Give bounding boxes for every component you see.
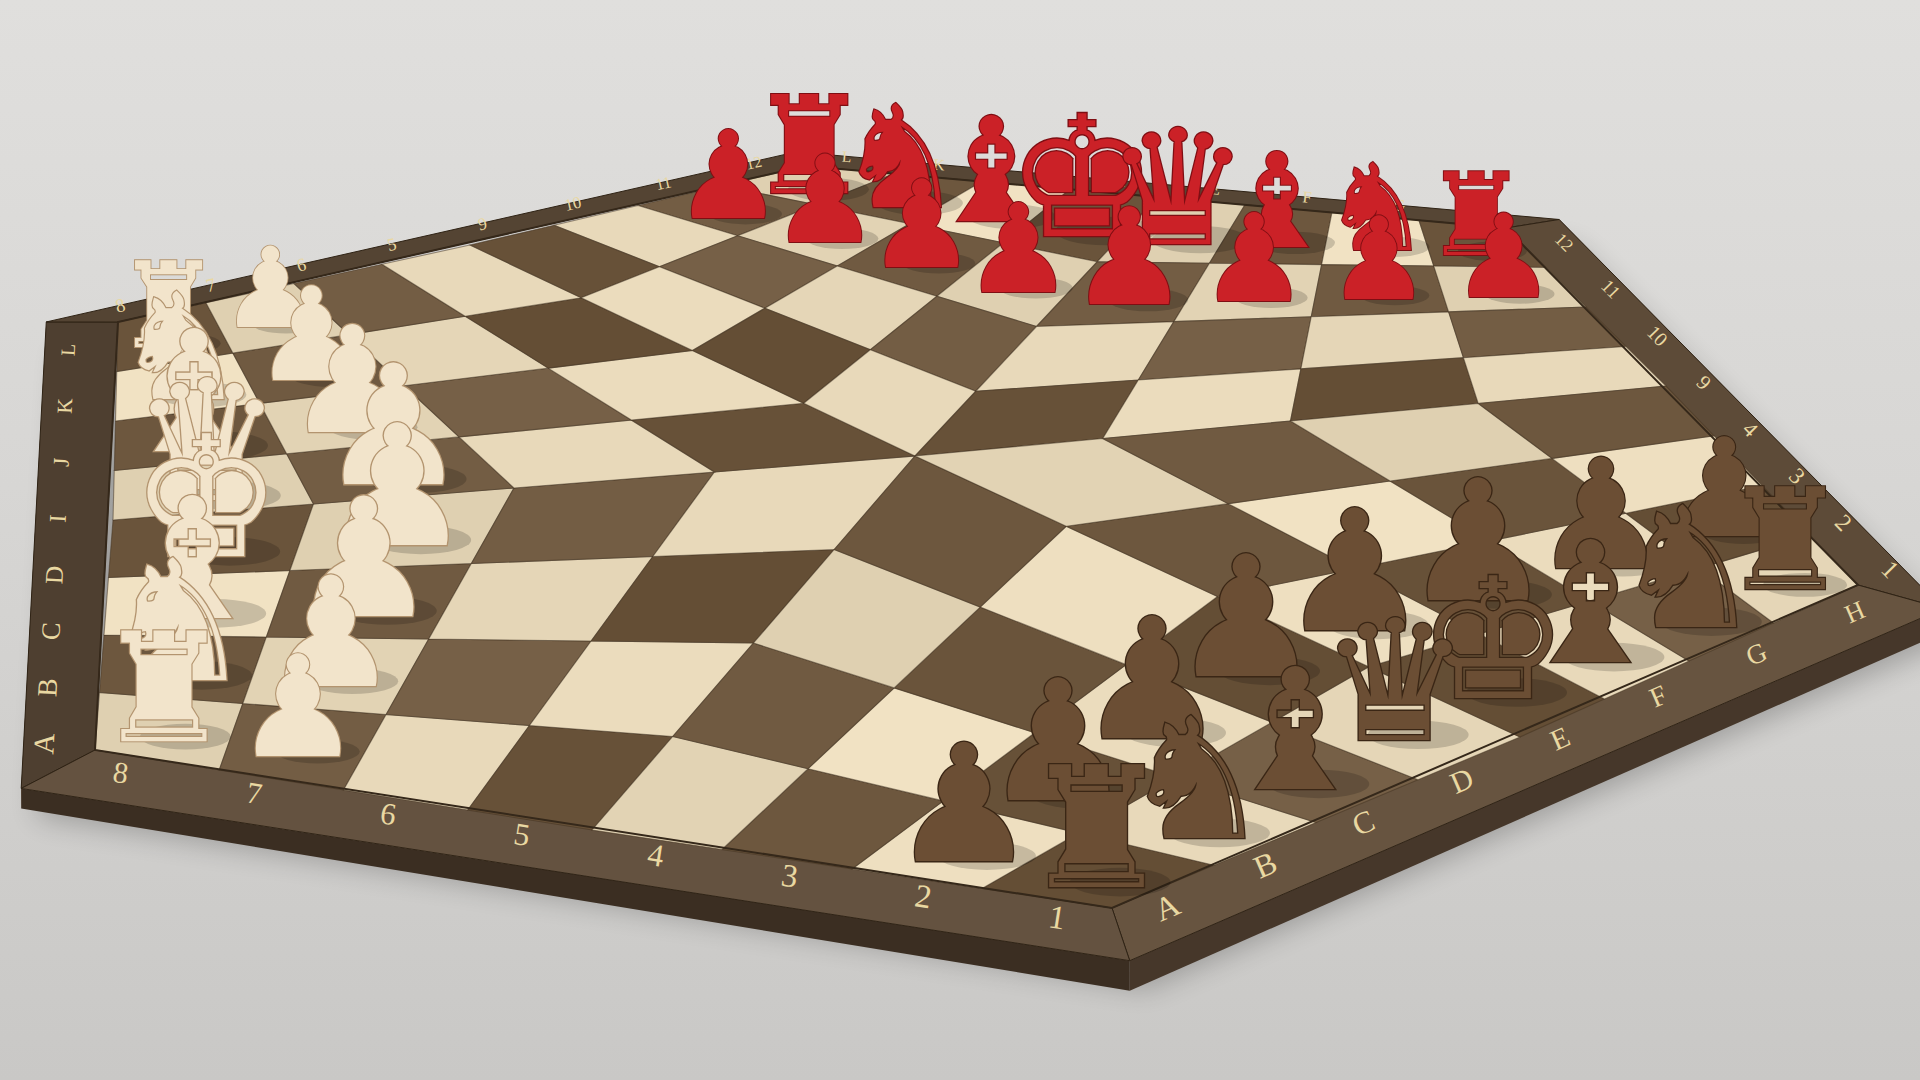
piece-brown-rook-A1[interactable]: ♜ [1021, 731, 1172, 927]
piece-brown-pawn-A2[interactable]: ♟ [891, 709, 1038, 900]
border-label: 11 [654, 172, 674, 194]
border-label: D [40, 565, 68, 585]
border-label: B [31, 677, 63, 697]
piece-red-pawn-L11[interactable]: ♟ [674, 105, 783, 247]
piece-white-pawn-A7[interactable]: ♟ [235, 626, 361, 789]
border-label: J [49, 457, 74, 467]
border-label: A [27, 732, 60, 755]
border-label: 10 [563, 193, 584, 215]
border-label: L [57, 343, 80, 356]
piece-red-pawn-E11[interactable]: ♟ [1069, 180, 1189, 336]
piece-red-pawn-K11[interactable]: ♟ [771, 130, 880, 271]
piece-white-rook-A8[interactable]: ♜ [96, 600, 232, 777]
piece-red-pawn-J11[interactable]: ♟ [867, 154, 976, 296]
border-label: K [52, 397, 77, 414]
piece-red-pawn-I11[interactable]: ♟ [963, 178, 1073, 321]
piece-red-pawn-F11[interactable]: ♟ [1199, 188, 1308, 330]
board-render: ABCDIJKL87659101112LKJIEFGH12349101112AB… [0, 0, 1920, 1080]
border-label: C [35, 621, 66, 640]
three-player-chess-scene: ABCDIJKL87659101112LKJIEFGH12349101112AB… [0, 0, 1920, 1080]
piece-red-pawn-G11[interactable]: ♟ [1327, 193, 1430, 326]
border-label: I [45, 514, 71, 523]
piece-red-pawn-H11[interactable]: ♟ [1452, 189, 1556, 324]
